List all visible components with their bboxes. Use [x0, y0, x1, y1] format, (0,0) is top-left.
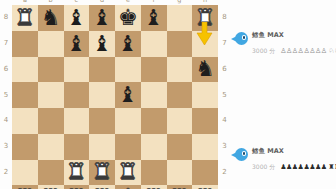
rank-label-left-6: 6 — [1, 66, 11, 73]
fish-avatar-icon — [231, 147, 248, 163]
rank-label-left-2: 2 — [1, 169, 11, 176]
square-e4[interactable] — [115, 108, 141, 134]
square-a4[interactable] — [12, 108, 38, 134]
square-f7[interactable] — [141, 31, 167, 57]
square-g5[interactable] — [167, 82, 193, 108]
square-b3[interactable] — [38, 134, 64, 160]
square-c5[interactable] — [64, 82, 90, 108]
file-label-a: a — [19, 0, 31, 4]
square-c8[interactable] — [64, 5, 90, 31]
square-f8[interactable] — [141, 5, 167, 31]
square-e8[interactable] — [115, 5, 141, 31]
move-arrow — [196, 22, 213, 46]
square-c4[interactable] — [64, 108, 90, 134]
square-e3[interactable] — [115, 134, 141, 160]
player-stats-top: 3000 分 ♙♙♙♙♙♙♙♙ ♘♘ ♗♗ ♕ — [252, 40, 336, 56]
rank-label-right-2: 2 — [220, 169, 230, 176]
square-c6[interactable] — [64, 57, 90, 83]
file-label-e: e — [122, 0, 134, 4]
square-g2[interactable] — [167, 160, 193, 186]
square-g3[interactable] — [167, 134, 193, 160]
square-h3[interactable] — [192, 134, 218, 160]
square-b1[interactable] — [38, 185, 64, 189]
square-c2[interactable] — [64, 160, 90, 186]
rank-label-left-3: 3 — [1, 143, 11, 150]
chess-board[interactable]: ♜♞♝♝♚♝♜♝♝♝♞♝♜♜♜♜♜♜♜♚♜♜♜ — [12, 5, 218, 189]
player-row-bottom[interactable]: 鳕鱼 MAX 3000 分 ♟♟♟♟♟♟♟♟ ♜♜ ♛ — [231, 147, 336, 165]
square-d4[interactable] — [89, 108, 115, 134]
square-e7[interactable] — [115, 31, 141, 57]
square-b7[interactable] — [38, 31, 64, 57]
square-d1[interactable] — [89, 185, 115, 189]
square-b8[interactable] — [38, 5, 64, 31]
square-a6[interactable] — [12, 57, 38, 83]
square-a3[interactable] — [12, 134, 38, 160]
player-row-top[interactable]: 鳕鱼 MAX 3000 分 ♙♙♙♙♙♙♙♙ ♘♘ ♗♗ ♕ — [231, 31, 336, 49]
square-h2[interactable] — [192, 160, 218, 186]
square-g1[interactable] — [167, 185, 193, 189]
fish-avatar-icon — [231, 31, 248, 47]
rank-label-right-7: 7 — [220, 40, 230, 47]
player-rating-top: 3000 分 — [252, 47, 275, 54]
rank-label-right-6: 6 — [220, 66, 230, 73]
rank-label-right-4: 4 — [220, 117, 230, 124]
square-d8[interactable] — [89, 5, 115, 31]
square-e1[interactable] — [115, 185, 141, 189]
square-h5[interactable] — [192, 82, 218, 108]
square-b4[interactable] — [38, 108, 64, 134]
square-h4[interactable] — [192, 108, 218, 134]
file-label-h: h — [199, 0, 211, 4]
square-e5[interactable] — [115, 82, 141, 108]
square-f6[interactable] — [141, 57, 167, 83]
square-f2[interactable] — [141, 160, 167, 186]
square-a8[interactable] — [12, 5, 38, 31]
square-g8[interactable] — [167, 5, 193, 31]
app-window: ♜♞♝♝♚♝♜♝♝♝♞♝♜♜♜♜♜♜♜♚♜♜♜ 8877665544332211… — [0, 0, 336, 189]
square-d6[interactable] — [89, 57, 115, 83]
square-a5[interactable] — [12, 82, 38, 108]
file-label-c: c — [70, 0, 82, 4]
square-g4[interactable] — [167, 108, 193, 134]
rank-label-right-3: 3 — [220, 143, 230, 150]
file-label-g: g — [173, 0, 185, 4]
rank-label-left-4: 4 — [1, 117, 11, 124]
rank-label-right-5: 5 — [220, 92, 230, 99]
square-h6[interactable] — [192, 57, 218, 83]
square-g7[interactable] — [167, 31, 193, 57]
file-label-b: b — [45, 0, 57, 4]
rank-label-left-8: 8 — [1, 14, 11, 21]
square-b6[interactable] — [38, 57, 64, 83]
rank-label-right-8: 8 — [220, 14, 230, 21]
square-b2[interactable] — [38, 160, 64, 186]
captured-pieces-top: ♙♙♙♙♙♙♙♙ ♘♘ ♗♗ ♕ — [280, 47, 336, 55]
square-c1[interactable] — [64, 185, 90, 189]
square-d3[interactable] — [89, 134, 115, 160]
square-g6[interactable] — [167, 57, 193, 83]
square-a7[interactable] — [12, 31, 38, 57]
square-d2[interactable] — [89, 160, 115, 186]
square-c7[interactable] — [64, 31, 90, 57]
player-rating-bottom: 3000 分 — [252, 163, 275, 170]
square-d7[interactable] — [89, 31, 115, 57]
square-f1[interactable] — [141, 185, 167, 189]
square-a2[interactable] — [12, 160, 38, 186]
captured-pieces-bottom: ♟♟♟♟♟♟♟♟ ♜♜ ♛ — [280, 163, 336, 171]
square-b5[interactable] — [38, 82, 64, 108]
square-f3[interactable] — [141, 134, 167, 160]
square-h1[interactable] — [192, 185, 218, 189]
file-label-f: f — [148, 0, 160, 4]
rank-label-left-5: 5 — [1, 92, 11, 99]
square-e6[interactable] — [115, 57, 141, 83]
square-f4[interactable] — [141, 108, 167, 134]
square-d5[interactable] — [89, 82, 115, 108]
player-stats-bottom: 3000 分 ♟♟♟♟♟♟♟♟ ♜♜ ♛ — [252, 156, 336, 172]
square-a1[interactable] — [12, 185, 38, 189]
square-c3[interactable] — [64, 134, 90, 160]
rank-label-left-7: 7 — [1, 40, 11, 47]
square-e2[interactable] — [115, 160, 141, 186]
file-label-d: d — [96, 0, 108, 4]
square-f5[interactable] — [141, 82, 167, 108]
